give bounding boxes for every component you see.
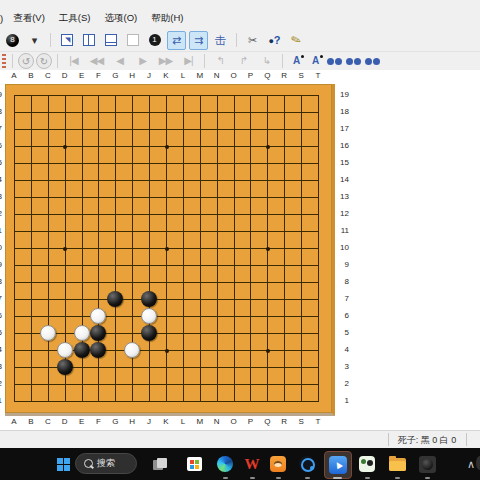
go-board[interactable] bbox=[5, 84, 335, 416]
coord-left-8: 8 bbox=[0, 277, 2, 287]
binoculars-glyph bbox=[365, 56, 380, 66]
coord-right-12: 12 bbox=[335, 209, 349, 219]
running-indicator bbox=[333, 477, 342, 479]
divider-glyph bbox=[106, 42, 116, 43]
coord-right-9: 9 bbox=[335, 260, 349, 270]
coord-top-A: A bbox=[6, 71, 22, 81]
grid-line bbox=[250, 95, 251, 402]
wps-office-icon[interactable]: W bbox=[241, 453, 263, 475]
coord-top-D: D bbox=[57, 71, 73, 81]
question-glyph: ? bbox=[274, 34, 281, 46]
cursor-arrow-glyph: ▲ bbox=[330, 456, 346, 472]
coord-right-8: 8 bbox=[335, 277, 349, 287]
menu-item-1[interactable]: 工具(S) bbox=[52, 10, 98, 27]
coord-right-11: 11 bbox=[335, 226, 349, 236]
black-stone-glyph: 8 bbox=[6, 34, 19, 47]
grid-line bbox=[318, 95, 319, 402]
coord-left-17: 17 bbox=[0, 124, 2, 134]
toolbar-separator bbox=[204, 54, 205, 68]
show-move-numbers-icon[interactable]: 1 bbox=[145, 31, 164, 50]
stone-white-C5[interactable] bbox=[40, 325, 56, 341]
coord-right-19: 19 bbox=[335, 90, 349, 100]
stone-black-F4[interactable] bbox=[90, 342, 106, 358]
back-to-main-line-icon[interactable]: ↳ bbox=[256, 53, 277, 70]
coord-right-17: 17 bbox=[335, 124, 349, 134]
quark-glyph bbox=[299, 456, 315, 472]
coord-top-N: N bbox=[209, 71, 225, 81]
grid-line bbox=[14, 282, 319, 283]
windows-logo-icon bbox=[57, 458, 70, 471]
running-indicator bbox=[365, 477, 370, 479]
square-glyph bbox=[105, 34, 117, 46]
coord-right-6: 6 bbox=[335, 311, 349, 321]
chevron-up-icon: ∧ bbox=[467, 458, 475, 471]
coord-bottom-R: R bbox=[276, 417, 292, 427]
coord-bottom-H: H bbox=[124, 417, 140, 427]
coord-left-1: 1 bbox=[0, 396, 2, 406]
dot-glyph bbox=[301, 55, 304, 58]
grid-line bbox=[183, 95, 184, 402]
star-point bbox=[63, 145, 67, 149]
grid-line bbox=[200, 95, 201, 402]
coord-bottom-K: K bbox=[158, 417, 174, 427]
toolbar-separator bbox=[57, 54, 58, 68]
nav-last-move-icon[interactable]: ▶| bbox=[178, 53, 199, 70]
coord-top-G: G bbox=[107, 71, 123, 81]
letter-glyph: A bbox=[293, 56, 300, 66]
star-point bbox=[266, 145, 270, 149]
edit-tools-icon[interactable]: ✂ bbox=[243, 31, 262, 50]
stone-white-H4[interactable] bbox=[124, 342, 140, 358]
grid-line bbox=[14, 265, 319, 266]
star-point bbox=[165, 349, 169, 353]
prev-variation-icon[interactable]: ↰ bbox=[210, 53, 231, 70]
coord-left-12: 12 bbox=[0, 209, 2, 219]
menu-item-3[interactable]: 帮助(H) bbox=[144, 10, 190, 27]
coord-right-3: 3 bbox=[335, 362, 349, 372]
coord-top-T: T bbox=[310, 71, 326, 81]
coord-bottom-G: G bbox=[107, 417, 123, 427]
running-indicator bbox=[250, 477, 255, 479]
toolbar-grip[interactable] bbox=[2, 54, 6, 68]
divider-glyph bbox=[88, 35, 89, 45]
coord-right-2: 2 bbox=[335, 379, 349, 389]
edge-browser-icon[interactable] bbox=[214, 453, 236, 475]
coord-right-5: 5 bbox=[335, 328, 349, 338]
search-box[interactable]: 搜索 bbox=[75, 453, 137, 474]
dot-glyph bbox=[320, 55, 323, 58]
coord-right-1: 1 bbox=[335, 396, 349, 406]
grid-line bbox=[14, 401, 319, 402]
coord-left-13: 13 bbox=[0, 192, 2, 202]
wps-letter-glyph: W bbox=[245, 456, 260, 473]
coord-right-15: 15 bbox=[335, 158, 349, 168]
coord-top-J: J bbox=[141, 71, 157, 81]
stone-black-J5[interactable] bbox=[141, 325, 157, 341]
menu-item-0[interactable]: 查看(V) bbox=[6, 10, 52, 27]
guess-next-move-icon[interactable]: ●? bbox=[265, 31, 284, 50]
coord-bottom-L: L bbox=[175, 417, 191, 427]
store-grid-glyph bbox=[190, 460, 199, 469]
coord-top-O: O bbox=[226, 71, 242, 81]
grid-line bbox=[14, 299, 319, 300]
nav-forward-10-icon[interactable]: ▶▶ bbox=[155, 53, 176, 70]
running-indicator bbox=[425, 477, 430, 479]
coord-right-10: 10 bbox=[335, 243, 349, 253]
nav-back-icon[interactable]: ◀ bbox=[109, 53, 130, 70]
coord-top-S: S bbox=[293, 71, 309, 81]
star-point bbox=[165, 247, 169, 251]
grid-line bbox=[284, 95, 285, 402]
coord-top-Q: Q bbox=[259, 71, 275, 81]
coord-right-14: 14 bbox=[335, 175, 349, 185]
store-glyph bbox=[187, 457, 202, 471]
coord-left-18: 18 bbox=[0, 107, 2, 117]
toolbar-separator bbox=[282, 54, 283, 68]
coord-left-5: 5 bbox=[0, 328, 2, 338]
task-view-glyph bbox=[153, 458, 167, 470]
tray-chevron-button[interactable]: ∧ bbox=[460, 453, 480, 475]
status-bar: 死子: 黑 0 白 0 bbox=[0, 430, 480, 449]
start-button[interactable] bbox=[52, 453, 74, 475]
nav-back-10-icon[interactable]: ◀◀ bbox=[86, 53, 107, 70]
coord-left-4: 4 bbox=[0, 345, 2, 355]
folder-glyph bbox=[389, 458, 406, 471]
dropdown-arrow-icon[interactable]: ▾ bbox=[25, 31, 44, 50]
find-prev-icon[interactable] bbox=[364, 53, 381, 70]
coord-right-13: 13 bbox=[335, 192, 349, 202]
letter-glyph: A bbox=[312, 56, 319, 66]
coord-bottom-F: F bbox=[90, 417, 106, 427]
go-app-glyph: ▲ bbox=[329, 456, 347, 474]
coord-top-B: B bbox=[23, 71, 39, 81]
search-label: 搜索 bbox=[97, 457, 115, 470]
coord-top-E: E bbox=[74, 71, 90, 81]
stone-black-G7[interactable] bbox=[107, 291, 123, 307]
stone-white-E5[interactable] bbox=[74, 325, 90, 341]
find-position-icon[interactable] bbox=[326, 53, 343, 70]
coord-bottom-O: O bbox=[226, 417, 242, 427]
grid-line bbox=[14, 333, 319, 334]
coord-top-C: C bbox=[40, 71, 56, 81]
status-separator bbox=[388, 433, 389, 446]
coord-bottom-J: J bbox=[141, 417, 157, 427]
demo-mode-icon[interactable]: ⇄ bbox=[167, 31, 186, 50]
find-next-icon[interactable] bbox=[345, 53, 362, 70]
stone-black-J7[interactable] bbox=[141, 291, 157, 307]
panda-app-icon[interactable] bbox=[356, 453, 378, 475]
grid-line bbox=[234, 95, 235, 402]
grid-line bbox=[217, 95, 218, 402]
binoculars-glyph bbox=[346, 56, 361, 66]
coord-top-K: K bbox=[158, 71, 174, 81]
coord-top-H: H bbox=[124, 71, 140, 81]
split-vertical-icon[interactable] bbox=[79, 31, 98, 50]
coord-left-15: 15 bbox=[0, 158, 2, 168]
next-variation-icon[interactable]: ↱ bbox=[233, 53, 254, 70]
quark-browser-icon[interactable] bbox=[296, 453, 318, 475]
coord-left-9: 9 bbox=[0, 260, 2, 270]
coord-right-16: 16 bbox=[335, 141, 349, 151]
coord-bottom-D: D bbox=[57, 417, 73, 427]
menu-bar: )查看(V)工具(S)选项(O)帮助(H) bbox=[0, 9, 190, 27]
coord-bottom-T: T bbox=[310, 417, 326, 427]
coord-left-3: 3 bbox=[0, 362, 2, 372]
try-moves-mode-icon[interactable]: ⇉ bbox=[189, 31, 208, 50]
square-glyph bbox=[83, 34, 95, 46]
coord-right-7: 7 bbox=[335, 294, 349, 304]
edge-glyph bbox=[217, 456, 233, 472]
window-chrome: )查看(V)工具(S)选项(O)帮助(H) 8▾◥1⇄⇉击✂●?✎ ↺↻|◀◀◀… bbox=[0, 0, 480, 70]
menu-item-2[interactable]: 选项(O) bbox=[98, 10, 145, 27]
search-icon bbox=[84, 459, 93, 468]
add-label-icon[interactable]: A bbox=[288, 53, 305, 70]
arrow-glyph: ◥ bbox=[65, 36, 70, 43]
brush-icon[interactable]: ✎ bbox=[287, 31, 306, 50]
square-glyph bbox=[127, 34, 139, 46]
screen: )查看(V)工具(S)选项(O)帮助(H) 8▾◥1⇄⇉击✂●?✎ ↺↻|◀◀◀… bbox=[0, 0, 480, 480]
stone-white-D4[interactable] bbox=[57, 342, 73, 358]
coord-bottom-E: E bbox=[74, 417, 90, 427]
coord-left-2: 2 bbox=[0, 379, 2, 389]
navigation-toolbar: ↺↻|◀◀◀◀▶▶▶▶|↰↱↳AA bbox=[0, 52, 381, 70]
guess-glyph: ●? bbox=[268, 35, 280, 46]
binoculars-glyph bbox=[327, 56, 342, 66]
grid-line bbox=[301, 95, 302, 402]
stone-black-F5[interactable] bbox=[90, 325, 106, 341]
main-toolbar: 8▾◥1⇄⇉击✂●?✎ bbox=[0, 29, 480, 52]
toolbar-separator bbox=[12, 54, 13, 68]
rotate-left-icon[interactable]: ↺ bbox=[18, 53, 34, 69]
toolbar-separator bbox=[236, 33, 237, 47]
running-indicator bbox=[395, 477, 400, 479]
split-horizontal-icon[interactable] bbox=[101, 31, 120, 50]
coord-left-10: 10 bbox=[0, 243, 2, 253]
coord-left-14: 14 bbox=[0, 175, 2, 185]
game-tree-icon[interactable]: 击 bbox=[211, 31, 230, 50]
running-indicator bbox=[305, 477, 310, 479]
current-player-stone-icon[interactable]: 8 bbox=[3, 31, 22, 50]
rotate-right-icon[interactable]: ↻ bbox=[36, 53, 52, 69]
brush-glyph: ✎ bbox=[290, 33, 304, 48]
add-label-alt-icon[interactable]: A bbox=[307, 53, 324, 70]
coord-top-R: R bbox=[276, 71, 292, 81]
coord-bottom-A: A bbox=[6, 417, 22, 427]
split-none-icon[interactable] bbox=[123, 31, 142, 50]
stone-white-F6[interactable] bbox=[90, 308, 106, 324]
coord-bottom-S: S bbox=[293, 417, 309, 427]
coord-bottom-Q: Q bbox=[259, 417, 275, 427]
go-program-icon[interactable]: ▲ bbox=[324, 451, 352, 479]
coord-top-L: L bbox=[175, 71, 191, 81]
coord-right-4: 4 bbox=[335, 345, 349, 355]
coord-bottom-N: N bbox=[209, 417, 225, 427]
coord-bottom-P: P bbox=[242, 417, 258, 427]
star-point bbox=[63, 247, 67, 251]
panda-glyph bbox=[359, 456, 375, 472]
nav-forward-icon[interactable]: ▶ bbox=[132, 53, 153, 70]
star-point bbox=[266, 247, 270, 251]
popup-board-window-icon[interactable]: ◥ bbox=[57, 31, 76, 50]
square-glyph: ◥ bbox=[61, 34, 73, 46]
toolbar-separator bbox=[50, 33, 51, 47]
star-point bbox=[165, 145, 169, 149]
running-indicator bbox=[276, 477, 281, 479]
coord-left-7: 7 bbox=[0, 294, 2, 304]
orange-app-icon[interactable] bbox=[267, 453, 289, 475]
coord-bottom-M: M bbox=[192, 417, 208, 427]
nav-first-move-icon[interactable]: |◀ bbox=[63, 53, 84, 70]
task-view-button[interactable] bbox=[149, 453, 171, 475]
coord-left-11: 11 bbox=[0, 226, 2, 236]
stone-app-glyph bbox=[419, 456, 436, 473]
coord-top-M: M bbox=[192, 71, 208, 81]
status-separator bbox=[466, 433, 467, 446]
coord-top-P: P bbox=[242, 71, 258, 81]
coord-bottom-C: C bbox=[40, 417, 56, 427]
grid-line bbox=[14, 384, 319, 385]
coord-left-19: 19 bbox=[0, 90, 2, 100]
stone-black-D3[interactable] bbox=[57, 359, 73, 375]
numbered-stone-glyph: 1 bbox=[149, 34, 161, 46]
go-stone-app-icon[interactable] bbox=[416, 453, 438, 475]
orange-app-glyph bbox=[270, 456, 286, 472]
grid-line bbox=[14, 316, 319, 317]
coord-top-F: F bbox=[90, 71, 106, 81]
coord-left-16: 16 bbox=[0, 141, 2, 151]
running-indicator bbox=[223, 477, 228, 479]
dead-stones-count: 死子: 黑 0 白 0 bbox=[390, 434, 464, 447]
file-explorer-icon[interactable] bbox=[386, 453, 408, 475]
coord-left-6: 6 bbox=[0, 311, 2, 321]
stone-black-E4[interactable] bbox=[74, 342, 90, 358]
coord-bottom-B: B bbox=[23, 417, 39, 427]
coord-right-18: 18 bbox=[335, 107, 349, 117]
star-point bbox=[266, 349, 270, 353]
stone-white-J6[interactable] bbox=[141, 308, 157, 324]
microsoft-store-icon[interactable] bbox=[183, 453, 205, 475]
